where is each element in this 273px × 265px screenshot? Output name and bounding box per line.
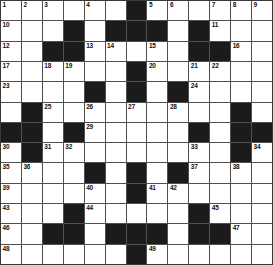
white-cell-r7c7[interactable] bbox=[127, 123, 147, 142]
white-cell-r8c9[interactable] bbox=[168, 143, 188, 162]
white-cell-r10c2[interactable] bbox=[22, 184, 42, 203]
white-cell-r8c11[interactable] bbox=[210, 143, 230, 162]
white-cell-r13c6[interactable] bbox=[106, 245, 126, 264]
white-cell-r9c2[interactable]: 36 bbox=[22, 163, 42, 182]
white-cell-r9c4[interactable] bbox=[64, 163, 84, 182]
white-cell-r10c12[interactable] bbox=[231, 184, 251, 203]
white-cell-r5c4[interactable] bbox=[64, 82, 84, 101]
white-cell-r8c1[interactable]: 30 bbox=[1, 143, 21, 162]
clue-number: 10 bbox=[3, 21, 10, 29]
clue-number: 26 bbox=[86, 103, 93, 111]
white-cell-r8c5[interactable] bbox=[85, 143, 105, 162]
white-cell-r1c9[interactable]: 6 bbox=[168, 1, 188, 20]
clue-number: 9 bbox=[254, 1, 257, 9]
white-cell-r13c3[interactable] bbox=[43, 245, 63, 264]
black-cell-r7c2 bbox=[22, 123, 42, 142]
white-cell-r1c6[interactable] bbox=[106, 1, 126, 20]
clue-number: 40 bbox=[86, 184, 93, 192]
white-cell-r3c5[interactable]: 13 bbox=[85, 42, 105, 61]
white-cell-r10c10[interactable] bbox=[189, 184, 209, 203]
white-cell-r1c2[interactable]: 2 bbox=[22, 1, 42, 20]
white-cell-r13c2[interactable] bbox=[22, 245, 42, 264]
black-cell-r2c6 bbox=[106, 21, 126, 40]
white-cell-r5c2[interactable] bbox=[22, 82, 42, 101]
white-cell-r1c10[interactable] bbox=[189, 1, 209, 20]
black-cell-r6c12 bbox=[231, 103, 251, 122]
white-cell-r7c5[interactable]: 29 bbox=[85, 123, 105, 142]
white-cell-r5c1[interactable]: 23 bbox=[1, 82, 21, 101]
black-cell-r6c2 bbox=[22, 103, 42, 122]
clue-number: 38 bbox=[233, 163, 240, 171]
clue-number: 31 bbox=[44, 143, 51, 151]
clue-number: 45 bbox=[212, 204, 219, 212]
clue-number: 28 bbox=[170, 103, 177, 111]
clue-number: 49 bbox=[149, 245, 156, 253]
white-cell-r2c2[interactable] bbox=[22, 21, 42, 40]
white-cell-r3c1[interactable]: 12 bbox=[1, 42, 21, 61]
black-cell-r13c7 bbox=[127, 245, 147, 264]
black-cell-r9c9 bbox=[168, 163, 188, 182]
clue-number: 3 bbox=[44, 1, 47, 9]
black-cell-r2c8 bbox=[147, 21, 167, 40]
white-cell-r5c11[interactable] bbox=[210, 82, 230, 101]
clue-number: 15 bbox=[149, 42, 156, 50]
clue-number: 20 bbox=[149, 62, 156, 70]
white-cell-r11c13[interactable] bbox=[252, 204, 272, 223]
clue-number: 29 bbox=[86, 123, 93, 131]
white-cell-r5c6[interactable] bbox=[106, 82, 126, 101]
clue-number: 22 bbox=[212, 62, 219, 70]
white-cell-r10c4[interactable] bbox=[64, 184, 84, 203]
clue-number: 17 bbox=[3, 62, 10, 70]
white-cell-r8c4[interactable]: 32 bbox=[64, 143, 84, 162]
clue-number: 7 bbox=[212, 1, 215, 9]
white-cell-r9c6[interactable] bbox=[106, 163, 126, 182]
white-cell-r2c5[interactable] bbox=[85, 21, 105, 40]
white-cell-r1c8[interactable]: 5 bbox=[147, 1, 167, 20]
black-cell-r12c11 bbox=[210, 224, 230, 243]
white-cell-r1c1[interactable]: 1 bbox=[1, 1, 21, 20]
clue-number: 39 bbox=[3, 184, 10, 192]
clue-number: 27 bbox=[128, 103, 135, 111]
white-cell-r11c8[interactable] bbox=[147, 204, 167, 223]
white-cell-r13c13[interactable] bbox=[252, 245, 272, 264]
white-cell-r9c1[interactable]: 35 bbox=[1, 163, 21, 182]
white-cell-r13c12[interactable] bbox=[231, 245, 251, 264]
white-cell-r10c8[interactable]: 41 bbox=[147, 184, 167, 203]
black-cell-r12c6 bbox=[106, 224, 126, 243]
black-cell-r7c1 bbox=[1, 123, 21, 142]
white-cell-r3c13[interactable] bbox=[252, 42, 272, 61]
white-cell-r6c6[interactable] bbox=[106, 103, 126, 122]
white-cell-r9c8[interactable] bbox=[147, 163, 167, 182]
clue-number: 16 bbox=[233, 42, 240, 50]
white-cell-r7c8[interactable] bbox=[147, 123, 167, 142]
white-cell-r11c7[interactable] bbox=[127, 204, 147, 223]
clue-number: 13 bbox=[86, 42, 93, 50]
black-cell-r3c4 bbox=[64, 42, 84, 61]
white-cell-r3c12[interactable]: 16 bbox=[231, 42, 251, 61]
clue-number: 23 bbox=[3, 82, 10, 90]
white-cell-r6c3[interactable]: 25 bbox=[43, 103, 63, 122]
white-cell-r7c11[interactable] bbox=[210, 123, 230, 142]
black-cell-r3c10 bbox=[189, 42, 209, 61]
white-cell-r1c13[interactable]: 9 bbox=[252, 1, 272, 20]
white-cell-r8c7[interactable] bbox=[127, 143, 147, 162]
clue-number: 5 bbox=[149, 1, 152, 9]
white-cell-r4c8[interactable]: 20 bbox=[147, 62, 167, 81]
white-cell-r8c6[interactable] bbox=[106, 143, 126, 162]
black-cell-r11c10 bbox=[189, 204, 209, 223]
white-cell-r5c3[interactable] bbox=[43, 82, 63, 101]
white-cell-r13c11[interactable] bbox=[210, 245, 230, 264]
white-cell-r5c8[interactable] bbox=[147, 82, 167, 101]
black-cell-r2c4 bbox=[64, 21, 84, 40]
white-cell-r11c5[interactable]: 44 bbox=[85, 204, 105, 223]
black-cell-r1c7 bbox=[127, 1, 147, 20]
clue-number: 12 bbox=[3, 42, 10, 50]
white-cell-r2c11[interactable]: 11 bbox=[210, 21, 230, 40]
white-cell-r8c3[interactable]: 31 bbox=[43, 143, 63, 162]
white-cell-r6c4[interactable] bbox=[64, 103, 84, 122]
clue-number: 47 bbox=[233, 224, 240, 232]
clue-number: 19 bbox=[65, 62, 72, 70]
white-cell-r1c3[interactable]: 3 bbox=[43, 1, 63, 20]
black-cell-r7c13 bbox=[252, 123, 272, 142]
white-cell-r4c9[interactable] bbox=[168, 62, 188, 81]
white-cell-r6c10[interactable] bbox=[189, 103, 209, 122]
white-cell-r4c2[interactable] bbox=[22, 62, 42, 81]
white-cell-r2c9[interactable] bbox=[168, 21, 188, 40]
white-cell-r10c9[interactable]: 42 bbox=[168, 184, 188, 203]
white-cell-r8c13[interactable]: 34 bbox=[252, 143, 272, 162]
clue-number: 32 bbox=[65, 143, 72, 151]
clue-number: 37 bbox=[191, 163, 198, 171]
white-cell-r2c13[interactable] bbox=[252, 21, 272, 40]
white-cell-r13c10[interactable] bbox=[189, 245, 209, 264]
black-cell-r9c7 bbox=[127, 163, 147, 182]
clue-number: 48 bbox=[3, 245, 10, 253]
clue-number: 8 bbox=[233, 1, 236, 9]
black-cell-r12c7 bbox=[127, 224, 147, 243]
white-cell-r5c13[interactable] bbox=[252, 82, 272, 101]
white-cell-r7c9[interactable] bbox=[168, 123, 188, 142]
black-cell-r5c9 bbox=[168, 82, 188, 101]
white-cell-r10c13[interactable] bbox=[252, 184, 272, 203]
white-cell-r11c6[interactable] bbox=[106, 204, 126, 223]
clue-number: 33 bbox=[191, 143, 198, 151]
black-cell-r5c7 bbox=[127, 82, 147, 101]
black-cell-r7c4 bbox=[64, 123, 84, 142]
black-cell-r2c10 bbox=[189, 21, 209, 40]
white-cell-r6c5[interactable]: 26 bbox=[85, 103, 105, 122]
white-cell-r12c12[interactable]: 47 bbox=[231, 224, 251, 243]
clue-number: 6 bbox=[170, 1, 173, 9]
white-cell-r2c12[interactable] bbox=[231, 21, 251, 40]
white-cell-r8c10[interactable]: 33 bbox=[189, 143, 209, 162]
white-cell-r11c2[interactable] bbox=[22, 204, 42, 223]
white-cell-r11c3[interactable] bbox=[43, 204, 63, 223]
white-cell-r5c10[interactable]: 24 bbox=[189, 82, 209, 101]
black-cell-r12c10 bbox=[189, 224, 209, 243]
white-cell-r10c6[interactable] bbox=[106, 184, 126, 203]
clue-number: 46 bbox=[3, 224, 10, 232]
white-cell-r4c6[interactable] bbox=[106, 62, 126, 81]
black-cell-r2c7 bbox=[127, 21, 147, 40]
white-cell-r11c1[interactable]: 43 bbox=[1, 204, 21, 223]
white-cell-r2c3[interactable] bbox=[43, 21, 63, 40]
black-cell-r12c8 bbox=[147, 224, 167, 243]
clue-number: 36 bbox=[23, 163, 30, 171]
white-cell-r6c8[interactable] bbox=[147, 103, 167, 122]
clue-number: 21 bbox=[191, 62, 198, 70]
white-cell-r12c9[interactable] bbox=[168, 224, 188, 243]
black-cell-r7c10 bbox=[189, 123, 209, 142]
clue-number: 1 bbox=[3, 1, 6, 9]
clue-number: 2 bbox=[23, 1, 26, 9]
clue-number: 41 bbox=[149, 184, 156, 192]
white-cell-r12c5[interactable] bbox=[85, 224, 105, 243]
black-cell-r9c5 bbox=[85, 163, 105, 182]
white-cell-r9c10[interactable]: 37 bbox=[189, 163, 209, 182]
black-cell-r3c3 bbox=[43, 42, 63, 61]
white-cell-r3c7[interactable] bbox=[127, 42, 147, 61]
white-cell-r13c9[interactable] bbox=[168, 245, 188, 264]
clue-number: 43 bbox=[3, 204, 10, 212]
crossword-grid: 1234567891011121314151617181920212223242… bbox=[0, 0, 273, 265]
white-cell-r6c13[interactable] bbox=[252, 103, 272, 122]
white-cell-r12c2[interactable] bbox=[22, 224, 42, 243]
white-cell-r5c12[interactable] bbox=[231, 82, 251, 101]
white-cell-r4c11[interactable]: 22 bbox=[210, 62, 230, 81]
white-cell-r13c5[interactable] bbox=[85, 245, 105, 264]
white-cell-r1c4[interactable] bbox=[64, 1, 84, 20]
black-cell-r8c2 bbox=[22, 143, 42, 162]
white-cell-r8c8[interactable] bbox=[147, 143, 167, 162]
white-cell-r4c5[interactable] bbox=[85, 62, 105, 81]
clue-number: 4 bbox=[86, 1, 89, 9]
white-cell-r10c3[interactable] bbox=[43, 184, 63, 203]
white-cell-r11c11[interactable]: 45 bbox=[210, 204, 230, 223]
black-cell-r8c12 bbox=[231, 143, 251, 162]
white-cell-r13c4[interactable] bbox=[64, 245, 84, 264]
white-cell-r13c8[interactable]: 49 bbox=[147, 245, 167, 264]
clue-number: 35 bbox=[3, 163, 10, 171]
white-cell-r6c11[interactable] bbox=[210, 103, 230, 122]
white-cell-r2c1[interactable]: 10 bbox=[1, 21, 21, 40]
white-cell-r9c3[interactable] bbox=[43, 163, 63, 182]
white-cell-r6c1[interactable] bbox=[1, 103, 21, 122]
white-cell-r7c6[interactable] bbox=[106, 123, 126, 142]
white-cell-r1c11[interactable]: 7 bbox=[210, 1, 230, 20]
white-cell-r6c9[interactable]: 28 bbox=[168, 103, 188, 122]
black-cell-r11c4 bbox=[64, 204, 84, 223]
black-cell-r7c12 bbox=[231, 123, 251, 142]
clue-number: 42 bbox=[170, 184, 177, 192]
white-cell-r3c2[interactable] bbox=[22, 42, 42, 61]
white-cell-r12c13[interactable] bbox=[252, 224, 272, 243]
clue-number: 30 bbox=[3, 143, 10, 151]
white-cell-r13c1[interactable]: 48 bbox=[1, 245, 21, 264]
white-cell-r7c3[interactable] bbox=[43, 123, 63, 142]
black-cell-r12c3 bbox=[43, 224, 63, 243]
black-cell-r12c4 bbox=[64, 224, 84, 243]
white-cell-r3c8[interactable]: 15 bbox=[147, 42, 167, 61]
white-cell-r9c11[interactable] bbox=[210, 163, 230, 182]
clue-number: 14 bbox=[107, 42, 114, 50]
clue-number: 18 bbox=[44, 62, 51, 70]
white-cell-r3c9[interactable] bbox=[168, 42, 188, 61]
clue-number: 24 bbox=[191, 82, 198, 90]
white-cell-r12c1[interactable]: 46 bbox=[1, 224, 21, 243]
black-cell-r10c7 bbox=[127, 184, 147, 203]
clue-number: 44 bbox=[86, 204, 93, 212]
white-cell-r6c7[interactable]: 27 bbox=[127, 103, 147, 122]
black-cell-r5c5 bbox=[85, 82, 105, 101]
clue-number: 34 bbox=[254, 143, 261, 151]
clue-number: 11 bbox=[212, 21, 218, 29]
white-cell-r1c5[interactable]: 4 bbox=[85, 1, 105, 20]
white-cell-r4c12[interactable] bbox=[231, 62, 251, 81]
white-cell-r4c3[interactable]: 18 bbox=[43, 62, 63, 81]
white-cell-r1c12[interactable]: 8 bbox=[231, 1, 251, 20]
white-cell-r10c5[interactable]: 40 bbox=[85, 184, 105, 203]
white-cell-r11c9[interactable] bbox=[168, 204, 188, 223]
white-cell-r10c1[interactable]: 39 bbox=[1, 184, 21, 203]
white-cell-r10c11[interactable] bbox=[210, 184, 230, 203]
white-cell-r9c12[interactable]: 38 bbox=[231, 163, 251, 182]
white-cell-r3c6[interactable]: 14 bbox=[106, 42, 126, 61]
black-cell-r4c7 bbox=[127, 62, 147, 81]
white-cell-r4c10[interactable]: 21 bbox=[189, 62, 209, 81]
clue-number: 25 bbox=[44, 103, 51, 111]
white-cell-r4c4[interactable]: 19 bbox=[64, 62, 84, 81]
white-cell-r4c13[interactable] bbox=[252, 62, 272, 81]
white-cell-r9c13[interactable] bbox=[252, 163, 272, 182]
white-cell-r11c12[interactable] bbox=[231, 204, 251, 223]
white-cell-r4c1[interactable]: 17 bbox=[1, 62, 21, 81]
black-cell-r3c11 bbox=[210, 42, 230, 61]
